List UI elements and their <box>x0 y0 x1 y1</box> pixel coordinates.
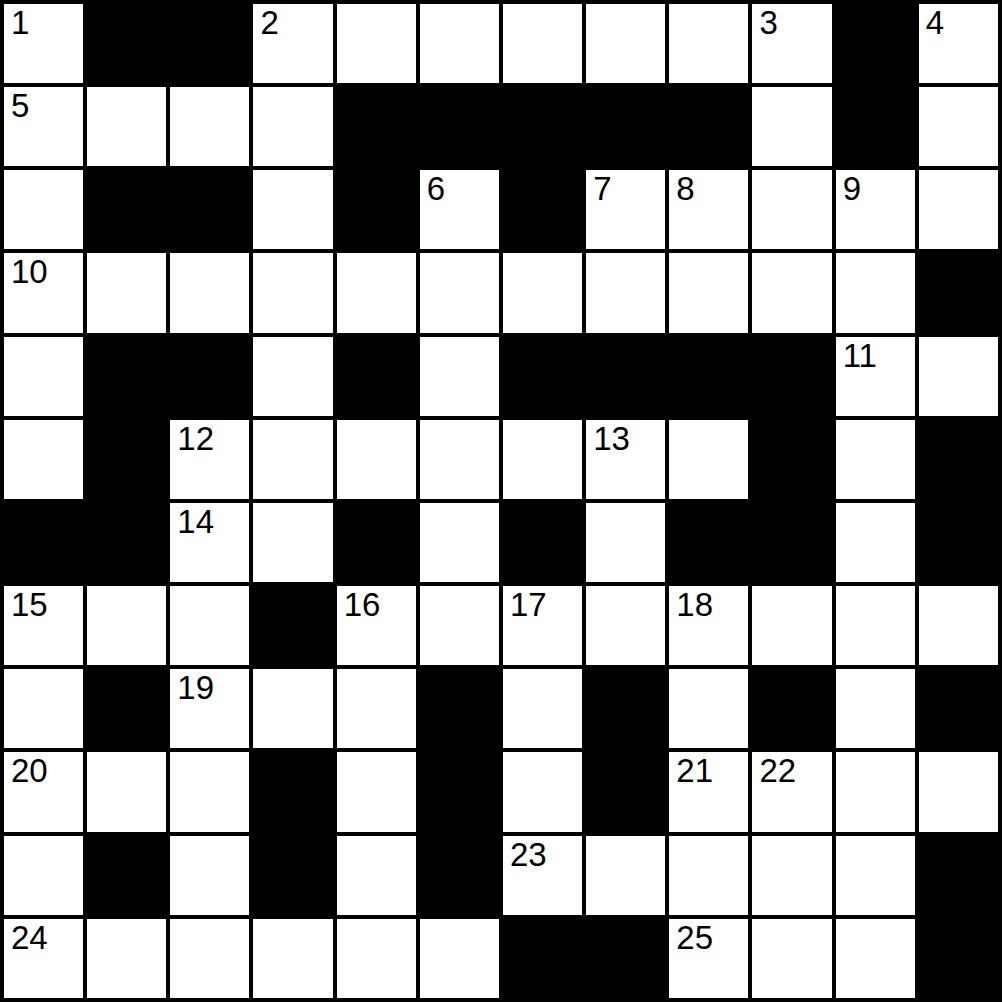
clue-number-11: 11 <box>843 337 877 375</box>
black-cell-r9c2 <box>87 669 166 748</box>
white-cell-r11c7[interactable]: 23 <box>503 836 582 915</box>
black-cell-r3c7 <box>503 170 582 249</box>
clue-number-18: 18 <box>676 586 713 624</box>
black-cell-r10c4 <box>253 752 332 831</box>
white-cell-r4c1[interactable]: 10 <box>4 253 83 332</box>
black-cell-r1c2 <box>87 4 166 83</box>
black-cell-r2c9 <box>669 87 748 166</box>
black-cell-r11c2 <box>87 836 166 915</box>
white-cell-r10c12[interactable] <box>919 752 998 831</box>
white-cell-r10c10[interactable]: 22 <box>752 752 831 831</box>
black-cell-r9c6 <box>420 669 499 748</box>
white-cell-r3c4[interactable] <box>253 170 332 249</box>
white-cell-r1c12[interactable]: 4 <box>919 4 998 83</box>
crossword-grid: 1234567891011121314151617181920212223242… <box>0 0 1002 1002</box>
black-cell-r7c10 <box>752 503 831 582</box>
white-cell-r7c3[interactable]: 14 <box>170 503 249 582</box>
white-cell-r1c4[interactable]: 2 <box>253 4 332 83</box>
white-cell-r1c8[interactable] <box>586 4 665 83</box>
black-cell-r3c3 <box>170 170 249 249</box>
black-cell-r7c7 <box>503 503 582 582</box>
white-cell-r4c11[interactable] <box>836 253 915 332</box>
white-cell-r10c2[interactable] <box>87 752 166 831</box>
white-cell-r9c11[interactable] <box>836 669 915 748</box>
black-cell-r5c2 <box>87 337 166 416</box>
white-cell-r10c9[interactable]: 21 <box>669 752 748 831</box>
white-cell-r6c3[interactable]: 12 <box>170 420 249 499</box>
clue-number-20: 20 <box>11 752 48 790</box>
white-cell-r11c8[interactable] <box>586 836 665 915</box>
black-cell-r7c2 <box>87 503 166 582</box>
black-cell-r9c10 <box>752 669 831 748</box>
white-cell-r11c3[interactable] <box>170 836 249 915</box>
white-cell-r4c4[interactable] <box>253 253 332 332</box>
clue-number-12: 12 <box>177 420 214 458</box>
white-cell-r9c3[interactable]: 19 <box>170 669 249 748</box>
white-cell-r1c9[interactable] <box>669 4 748 83</box>
white-cell-r12c3[interactable] <box>170 919 249 998</box>
white-cell-r10c3[interactable] <box>170 752 249 831</box>
white-cell-r8c10[interactable] <box>752 586 831 665</box>
black-cell-r5c3 <box>170 337 249 416</box>
black-cell-r7c1 <box>4 503 83 582</box>
white-cell-r2c3[interactable] <box>170 87 249 166</box>
white-cell-r12c6[interactable] <box>420 919 499 998</box>
white-cell-r5c12[interactable] <box>919 337 998 416</box>
white-cell-r8c11[interactable] <box>836 586 915 665</box>
white-cell-r9c5[interactable] <box>337 669 416 748</box>
white-cell-r6c6[interactable] <box>420 420 499 499</box>
white-cell-r11c9[interactable] <box>669 836 748 915</box>
white-cell-r4c7[interactable] <box>503 253 582 332</box>
white-cell-r5c4[interactable] <box>253 337 332 416</box>
black-cell-r8c4 <box>253 586 332 665</box>
white-cell-r12c11[interactable] <box>836 919 915 998</box>
white-cell-r3c11[interactable]: 9 <box>836 170 915 249</box>
white-cell-r7c8[interactable] <box>586 503 665 582</box>
clue-number-5: 5 <box>11 87 29 125</box>
black-cell-r5c8 <box>586 337 665 416</box>
clue-number-1: 1 <box>11 4 29 42</box>
black-cell-r6c12 <box>919 420 998 499</box>
white-cell-r1c5[interactable] <box>337 4 416 83</box>
black-cell-r2c8 <box>586 87 665 166</box>
black-cell-r5c9 <box>669 337 748 416</box>
white-cell-r3c9[interactable]: 8 <box>669 170 748 249</box>
white-cell-r4c8[interactable] <box>586 253 665 332</box>
white-cell-r7c11[interactable] <box>836 503 915 582</box>
black-cell-r7c9 <box>669 503 748 582</box>
white-cell-r9c9[interactable] <box>669 669 748 748</box>
black-cell-r12c8 <box>586 919 665 998</box>
clue-number-10: 10 <box>11 253 48 291</box>
black-cell-r9c12 <box>919 669 998 748</box>
white-cell-r7c6[interactable] <box>420 503 499 582</box>
black-cell-r1c3 <box>170 4 249 83</box>
white-cell-r12c5[interactable] <box>337 919 416 998</box>
white-cell-r3c10[interactable] <box>752 170 831 249</box>
white-cell-r8c3[interactable] <box>170 586 249 665</box>
white-cell-r10c7[interactable] <box>503 752 582 831</box>
clue-number-2: 2 <box>260 4 278 42</box>
white-cell-r6c9[interactable] <box>669 420 748 499</box>
white-cell-r6c8[interactable]: 13 <box>586 420 665 499</box>
black-cell-r4c12 <box>919 253 998 332</box>
black-cell-r2c7 <box>503 87 582 166</box>
clue-number-17: 17 <box>510 586 547 624</box>
white-cell-r4c5[interactable] <box>337 253 416 332</box>
white-cell-r9c7[interactable] <box>503 669 582 748</box>
white-cell-r8c12[interactable] <box>919 586 998 665</box>
white-cell-r11c5[interactable] <box>337 836 416 915</box>
clue-number-6: 6 <box>427 170 445 208</box>
clue-number-3: 3 <box>759 4 777 42</box>
white-cell-r5c11[interactable]: 11 <box>836 337 915 416</box>
white-cell-r1c10[interactable]: 3 <box>752 4 831 83</box>
white-cell-r10c1[interactable]: 20 <box>4 752 83 831</box>
white-cell-r8c8[interactable] <box>586 586 665 665</box>
white-cell-r7c4[interactable] <box>253 503 332 582</box>
black-cell-r7c12 <box>919 503 998 582</box>
clue-number-9: 9 <box>843 170 861 208</box>
black-cell-r5c7 <box>503 337 582 416</box>
clue-number-25: 25 <box>676 919 713 957</box>
white-cell-r8c6[interactable] <box>420 586 499 665</box>
white-cell-r5c6[interactable] <box>420 337 499 416</box>
black-cell-r5c10 <box>752 337 831 416</box>
black-cell-r11c12 <box>919 836 998 915</box>
white-cell-r6c1[interactable] <box>4 420 83 499</box>
black-cell-r11c6 <box>420 836 499 915</box>
black-cell-r3c2 <box>87 170 166 249</box>
clue-number-4: 4 <box>926 4 944 42</box>
clue-number-21: 21 <box>676 752 713 790</box>
black-cell-r5c5 <box>337 337 416 416</box>
clue-number-16: 16 <box>344 586 381 624</box>
white-cell-r8c2[interactable] <box>87 586 166 665</box>
white-cell-r1c1[interactable]: 1 <box>4 4 83 83</box>
white-cell-r12c10[interactable] <box>752 919 831 998</box>
white-cell-r3c8[interactable]: 7 <box>586 170 665 249</box>
clue-number-8: 8 <box>676 170 694 208</box>
white-cell-r6c4[interactable] <box>253 420 332 499</box>
white-cell-r6c11[interactable] <box>836 420 915 499</box>
black-cell-r9c8 <box>586 669 665 748</box>
white-cell-r8c5[interactable]: 16 <box>337 586 416 665</box>
white-cell-r3c1[interactable] <box>4 170 83 249</box>
white-cell-r4c6[interactable] <box>420 253 499 332</box>
white-cell-r2c12[interactable] <box>919 87 998 166</box>
white-cell-r9c1[interactable] <box>4 669 83 748</box>
black-cell-r1c11 <box>836 4 915 83</box>
black-cell-r10c6 <box>420 752 499 831</box>
white-cell-r10c5[interactable] <box>337 752 416 831</box>
white-cell-r12c9[interactable]: 25 <box>669 919 748 998</box>
black-cell-r11c4 <box>253 836 332 915</box>
clue-number-23: 23 <box>510 836 547 874</box>
white-cell-r4c3[interactable] <box>170 253 249 332</box>
black-cell-r6c2 <box>87 420 166 499</box>
clue-number-7: 7 <box>593 170 611 208</box>
black-cell-r6c10 <box>752 420 831 499</box>
white-cell-r9c4[interactable] <box>253 669 332 748</box>
black-cell-r10c8 <box>586 752 665 831</box>
black-cell-r2c5 <box>337 87 416 166</box>
white-cell-r11c10[interactable] <box>752 836 831 915</box>
white-cell-r4c2[interactable] <box>87 253 166 332</box>
black-cell-r12c12 <box>919 919 998 998</box>
clue-number-19: 19 <box>177 669 214 707</box>
black-cell-r2c6 <box>420 87 499 166</box>
white-cell-r3c12[interactable] <box>919 170 998 249</box>
white-cell-r12c4[interactable] <box>253 919 332 998</box>
white-cell-r12c1[interactable]: 24 <box>4 919 83 998</box>
white-cell-r8c7[interactable]: 17 <box>503 586 582 665</box>
white-cell-r1c6[interactable] <box>420 4 499 83</box>
black-cell-r12c7 <box>503 919 582 998</box>
white-cell-r4c10[interactable] <box>752 253 831 332</box>
white-cell-r5c1[interactable] <box>4 337 83 416</box>
white-cell-r6c5[interactable] <box>337 420 416 499</box>
white-cell-r1c7[interactable] <box>503 4 582 83</box>
white-cell-r2c10[interactable] <box>752 87 831 166</box>
white-cell-r2c4[interactable] <box>253 87 332 166</box>
black-cell-r7c5 <box>337 503 416 582</box>
white-cell-r11c1[interactable] <box>4 836 83 915</box>
clue-number-14: 14 <box>177 503 214 541</box>
clue-number-22: 22 <box>759 752 796 790</box>
black-cell-r3c5 <box>337 170 416 249</box>
black-cell-r2c11 <box>836 87 915 166</box>
white-cell-r10c11[interactable] <box>836 752 915 831</box>
white-cell-r2c1[interactable]: 5 <box>4 87 83 166</box>
white-cell-r8c1[interactable]: 15 <box>4 586 83 665</box>
white-cell-r11c11[interactable] <box>836 836 915 915</box>
clue-number-13: 13 <box>593 420 630 458</box>
white-cell-r6c7[interactable] <box>503 420 582 499</box>
white-cell-r8c9[interactable]: 18 <box>669 586 748 665</box>
clue-number-24: 24 <box>11 919 48 957</box>
white-cell-r4c9[interactable] <box>669 253 748 332</box>
clue-number-15: 15 <box>11 586 48 624</box>
white-cell-r3c6[interactable]: 6 <box>420 170 499 249</box>
white-cell-r2c2[interactable] <box>87 87 166 166</box>
white-cell-r12c2[interactable] <box>87 919 166 998</box>
